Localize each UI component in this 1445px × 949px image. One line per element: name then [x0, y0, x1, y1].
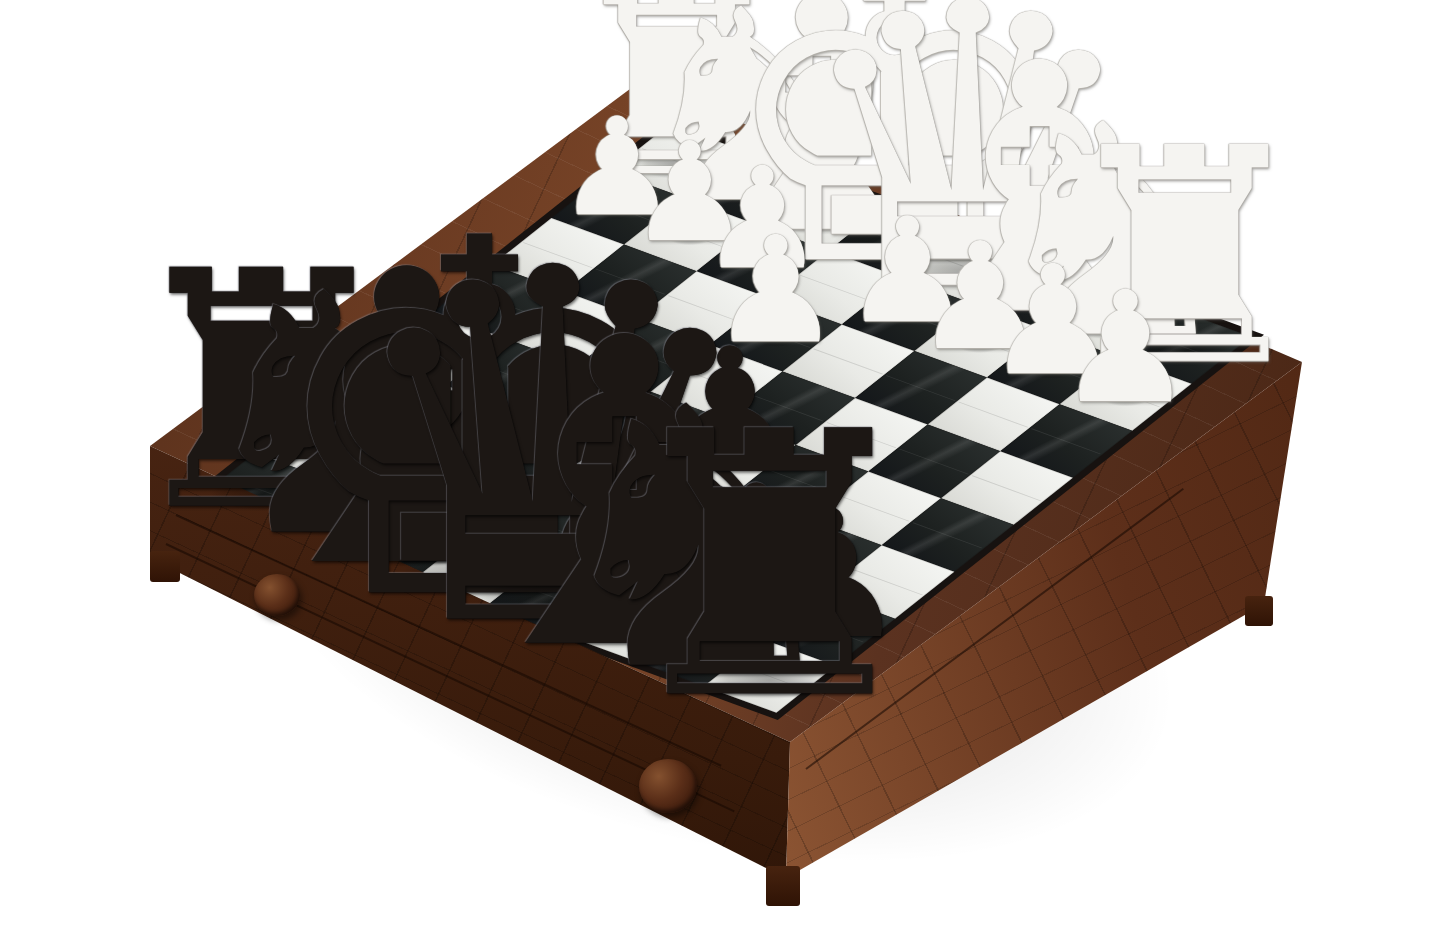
box-foot-right	[1245, 596, 1273, 626]
chess-product-scene: ♜♞♝♚♛♝♞♜♟♟♟♟♟♟♟♟♜♞♝♚♛♝♞♜♟♟♟♟♟♟♟♟	[0, 0, 1445, 949]
piece-black-rook-a8[interactable]: ♜	[607, 385, 933, 749]
piece-white-pawn-a2[interactable]: ♟	[1057, 271, 1195, 425]
box-foot-bottom	[766, 866, 800, 906]
